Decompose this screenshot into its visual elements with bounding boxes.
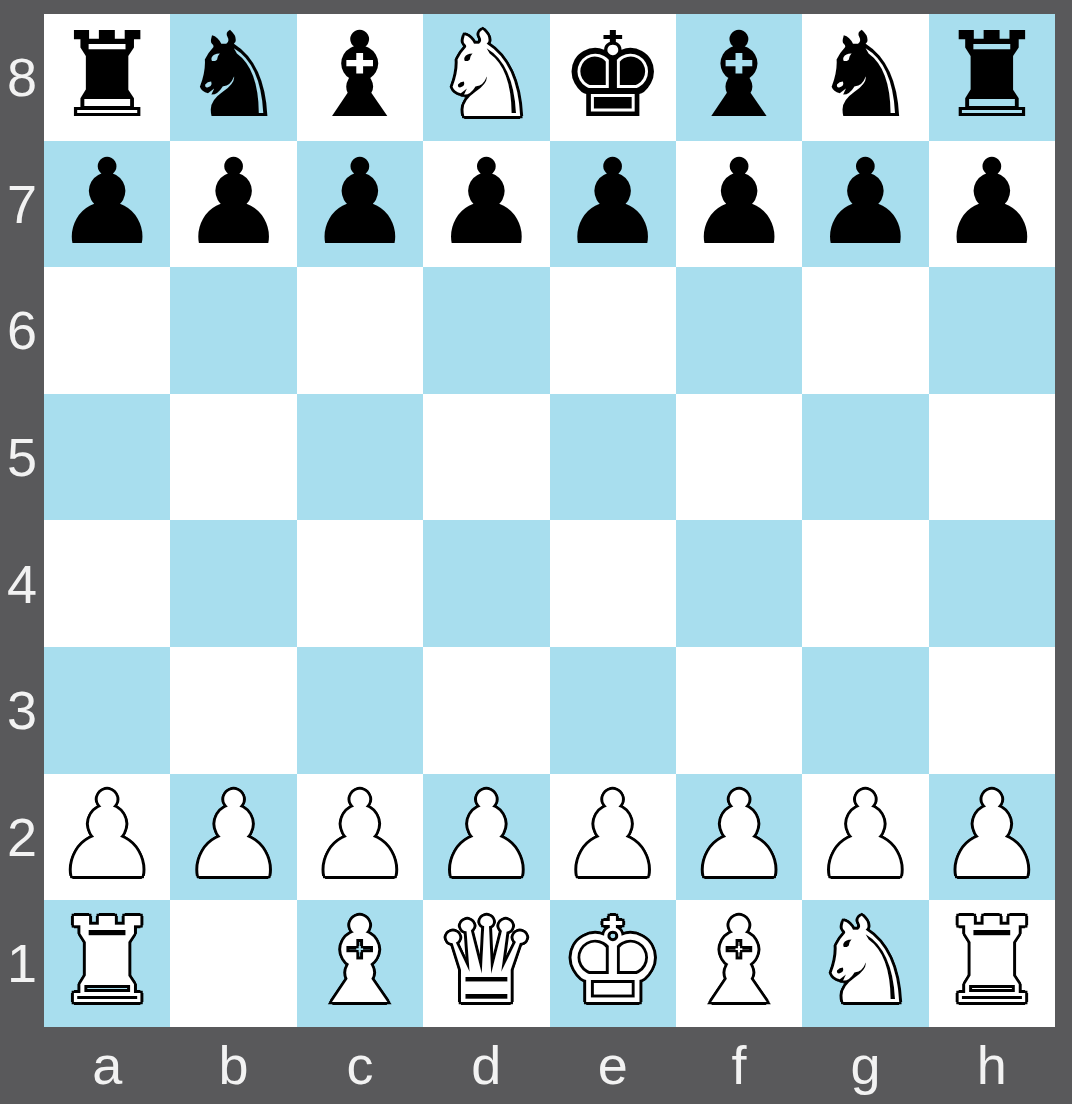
piece-black-pawn[interactable]: ♟	[939, 143, 1045, 261]
file-label-f: f	[676, 1027, 802, 1104]
piece-black-pawn[interactable]: ♟	[686, 143, 792, 261]
square-g4[interactable]	[802, 520, 928, 647]
square-g6[interactable]	[802, 267, 928, 394]
rank-label-6: 6	[0, 267, 44, 394]
square-c8[interactable]: ♝	[297, 14, 423, 141]
square-g5[interactable]	[802, 394, 928, 521]
piece-white-king[interactable]: ♚	[560, 902, 666, 1020]
square-h2[interactable]: ♟	[929, 774, 1055, 901]
square-f2[interactable]: ♟	[676, 774, 802, 901]
square-e4[interactable]	[550, 520, 676, 647]
piece-white-pawn[interactable]: ♟	[307, 776, 413, 894]
file-label-c: c	[297, 1027, 423, 1104]
square-e8[interactable]: ♚	[550, 14, 676, 141]
square-g2[interactable]: ♟	[802, 774, 928, 901]
square-d6[interactable]	[423, 267, 549, 394]
rank-label-8: 8	[0, 14, 44, 141]
square-g1[interactable]: ♞	[802, 900, 928, 1027]
square-b5[interactable]	[170, 394, 296, 521]
square-f6[interactable]	[676, 267, 802, 394]
piece-black-pawn[interactable]: ♟	[813, 143, 919, 261]
rank-label-3: 3	[0, 647, 44, 774]
piece-white-rook[interactable]: ♜	[939, 902, 1045, 1020]
piece-black-pawn[interactable]: ♟	[560, 143, 666, 261]
square-f7[interactable]: ♟	[676, 141, 802, 268]
piece-white-knight[interactable]: ♞	[433, 16, 539, 134]
square-h8[interactable]: ♜	[929, 14, 1055, 141]
rank-label-2: 2	[0, 774, 44, 901]
square-d3[interactable]	[423, 647, 549, 774]
piece-white-pawn[interactable]: ♟	[813, 776, 919, 894]
piece-white-pawn[interactable]: ♟	[939, 776, 1045, 894]
square-d8[interactable]: ♞	[423, 14, 549, 141]
piece-black-pawn[interactable]: ♟	[181, 143, 287, 261]
square-e1[interactable]: ♚	[550, 900, 676, 1027]
square-h1[interactable]: ♜	[929, 900, 1055, 1027]
square-d1[interactable]: ♛	[423, 900, 549, 1027]
square-g3[interactable]	[802, 647, 928, 774]
square-h3[interactable]	[929, 647, 1055, 774]
square-f1[interactable]: ♝	[676, 900, 802, 1027]
square-a1[interactable]: ♜	[44, 900, 170, 1027]
square-a3[interactable]	[44, 647, 170, 774]
square-c6[interactable]	[297, 267, 423, 394]
square-e7[interactable]: ♟	[550, 141, 676, 268]
piece-white-pawn[interactable]: ♟	[181, 776, 287, 894]
square-f4[interactable]	[676, 520, 802, 647]
square-b4[interactable]	[170, 520, 296, 647]
file-label-a: a	[44, 1027, 170, 1104]
square-b7[interactable]: ♟	[170, 141, 296, 268]
file-label-e: e	[550, 1027, 676, 1104]
square-f3[interactable]	[676, 647, 802, 774]
piece-black-bishop[interactable]: ♝	[686, 16, 792, 134]
square-b1[interactable]	[170, 900, 296, 1027]
square-d5[interactable]	[423, 394, 549, 521]
file-label-d: d	[423, 1027, 549, 1104]
square-e5[interactable]	[550, 394, 676, 521]
square-c3[interactable]	[297, 647, 423, 774]
square-d2[interactable]: ♟	[423, 774, 549, 901]
square-a8[interactable]: ♜	[44, 14, 170, 141]
square-c7[interactable]: ♟	[297, 141, 423, 268]
piece-white-queen[interactable]: ♛	[433, 902, 539, 1020]
square-g7[interactable]: ♟	[802, 141, 928, 268]
square-b6[interactable]	[170, 267, 296, 394]
square-a5[interactable]	[44, 394, 170, 521]
square-a6[interactable]	[44, 267, 170, 394]
piece-black-knight[interactable]: ♞	[181, 16, 287, 134]
piece-black-king[interactable]: ♚	[560, 16, 666, 134]
square-h6[interactable]	[929, 267, 1055, 394]
piece-black-rook[interactable]: ♜	[939, 16, 1045, 134]
square-e3[interactable]	[550, 647, 676, 774]
piece-white-bishop[interactable]: ♝	[686, 902, 792, 1020]
square-b8[interactable]: ♞	[170, 14, 296, 141]
square-f5[interactable]	[676, 394, 802, 521]
file-label-h: h	[929, 1027, 1055, 1104]
rank-label-5: 5	[0, 394, 44, 521]
square-c2[interactable]: ♟	[297, 774, 423, 901]
rank-label-7: 7	[0, 141, 44, 268]
square-f8[interactable]: ♝	[676, 14, 802, 141]
square-a7[interactable]: ♟	[44, 141, 170, 268]
square-c5[interactable]	[297, 394, 423, 521]
piece-white-pawn[interactable]: ♟	[433, 776, 539, 894]
square-e2[interactable]: ♟	[550, 774, 676, 901]
file-label-b: b	[170, 1027, 296, 1104]
square-e6[interactable]	[550, 267, 676, 394]
square-a2[interactable]: ♟	[44, 774, 170, 901]
square-h5[interactable]	[929, 394, 1055, 521]
chess-board: 8♜♞♝♞♚♝♞♜7♟♟♟♟♟♟♟♟65432♟♟♟♟♟♟♟♟1♜♝♛♚♝♞♜a…	[0, 14, 1055, 1104]
piece-black-bishop[interactable]: ♝	[307, 16, 413, 134]
square-h4[interactable]	[929, 520, 1055, 647]
square-b2[interactable]: ♟	[170, 774, 296, 901]
piece-black-knight[interactable]: ♞	[813, 16, 919, 134]
square-g8[interactable]: ♞	[802, 14, 928, 141]
piece-white-pawn[interactable]: ♟	[686, 776, 792, 894]
square-h7[interactable]: ♟	[929, 141, 1055, 268]
square-a4[interactable]	[44, 520, 170, 647]
rank-label-4: 4	[0, 520, 44, 647]
file-label-g: g	[802, 1027, 928, 1104]
piece-black-pawn[interactable]: ♟	[54, 143, 160, 261]
piece-white-knight[interactable]: ♞	[813, 902, 919, 1020]
board-corner	[0, 1027, 44, 1104]
piece-white-bishop[interactable]: ♝	[307, 902, 413, 1020]
piece-black-pawn[interactable]: ♟	[307, 143, 413, 261]
square-c4[interactable]	[297, 520, 423, 647]
square-c1[interactable]: ♝	[297, 900, 423, 1027]
square-d4[interactable]	[423, 520, 549, 647]
piece-white-pawn[interactable]: ♟	[560, 776, 666, 894]
piece-white-rook[interactable]: ♜	[54, 902, 160, 1020]
piece-black-rook[interactable]: ♜	[54, 16, 160, 134]
piece-white-pawn[interactable]: ♟	[54, 776, 160, 894]
square-d7[interactable]: ♟	[423, 141, 549, 268]
rank-label-1: 1	[0, 900, 44, 1027]
piece-black-pawn[interactable]: ♟	[433, 143, 539, 261]
square-b3[interactable]	[170, 647, 296, 774]
